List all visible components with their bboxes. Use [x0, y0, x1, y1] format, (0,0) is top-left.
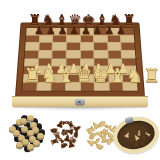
board-square [53, 43, 66, 50]
board-square [108, 35, 121, 42]
board-square [80, 58, 93, 65]
board-square [80, 28, 93, 35]
chess-piece: ♜ [143, 66, 160, 85]
board-square [37, 75, 51, 82]
board-square [109, 67, 123, 74]
checkers-disc [27, 144, 34, 151]
board-square [122, 51, 135, 58]
board-square [26, 35, 39, 42]
checkers-pieces-thumbnail [7, 114, 45, 152]
board-square [38, 58, 51, 65]
board-square [22, 83, 36, 91]
scattered-piece: ♜ [139, 140, 147, 148]
board-grid [21, 27, 138, 92]
board-square [67, 51, 80, 58]
board-square [52, 75, 66, 82]
board-square [66, 67, 79, 74]
board-square [121, 35, 134, 42]
board-square [108, 58, 121, 65]
board-square [94, 43, 107, 50]
board-square [23, 75, 37, 82]
dark-pieces-pile-thumbnail: ♞♟♝♜♟♛♚♟♞♜♝♟♛♞♟ [48, 118, 82, 148]
board-square [123, 75, 137, 82]
board-square [67, 43, 80, 50]
board-square [95, 83, 109, 91]
board-square [108, 51, 121, 58]
board-square [80, 67, 93, 74]
board-square [51, 83, 65, 91]
storage-compartment-thumbnail: ♟♞♝♟♜♟♞♝♟♜ [109, 112, 160, 158]
board-square [67, 28, 80, 35]
board-square [122, 58, 135, 65]
checkers-disc [37, 133, 44, 140]
board-square [66, 75, 79, 82]
board-square [66, 83, 80, 91]
board-square [80, 83, 94, 91]
board-square [80, 75, 93, 82]
board-square [24, 58, 37, 65]
board-square [52, 67, 65, 74]
board-square [25, 43, 38, 50]
board-square [109, 75, 123, 82]
product-photo: ♜♞♝♛♚♝♞♜ ♟♟♟♟♟♟♟♟ ♟♟♟♟♟♟♟♟ ♜♞♝♛♚♝♞♜ ♞♟♝♜… [0, 0, 160, 160]
checkers-disc [33, 140, 40, 147]
board-square [123, 67, 137, 74]
board-square [80, 43, 93, 50]
fold-seam [21, 58, 139, 59]
board-square [24, 67, 38, 74]
board-square [53, 51, 66, 58]
checkers-disc [20, 118, 27, 125]
clasp-icon [75, 99, 85, 105]
board-square [39, 51, 52, 58]
board-square [122, 43, 135, 50]
board-square [39, 35, 52, 42]
board-square [94, 28, 107, 35]
board-square [53, 28, 66, 35]
board-square [124, 83, 138, 91]
board-square [107, 28, 120, 35]
board-square [40, 28, 53, 35]
board-square [80, 51, 93, 58]
board-square [94, 51, 107, 58]
board-square [38, 67, 52, 74]
board-square [37, 83, 51, 91]
board-square [109, 83, 123, 91]
board-square [95, 67, 108, 74]
board-square [53, 35, 66, 42]
board-square [52, 58, 65, 65]
board-square [39, 43, 52, 50]
board-square [25, 51, 38, 58]
board-square [94, 58, 107, 65]
checkers-disc [16, 142, 23, 149]
board-square [95, 75, 109, 82]
chess-board [15, 23, 145, 97]
board-square [94, 35, 107, 42]
board-square [121, 28, 134, 35]
checkers-disc [27, 115, 34, 122]
board-square [26, 28, 39, 35]
stored-pieces: ♟♞♝♟♜♟♞♝♟♜ [115, 118, 156, 152]
board-front-edge [12, 96, 148, 107]
board-square [108, 43, 121, 50]
board-square [66, 58, 79, 65]
board-square [67, 35, 80, 42]
board-square [80, 35, 93, 42]
